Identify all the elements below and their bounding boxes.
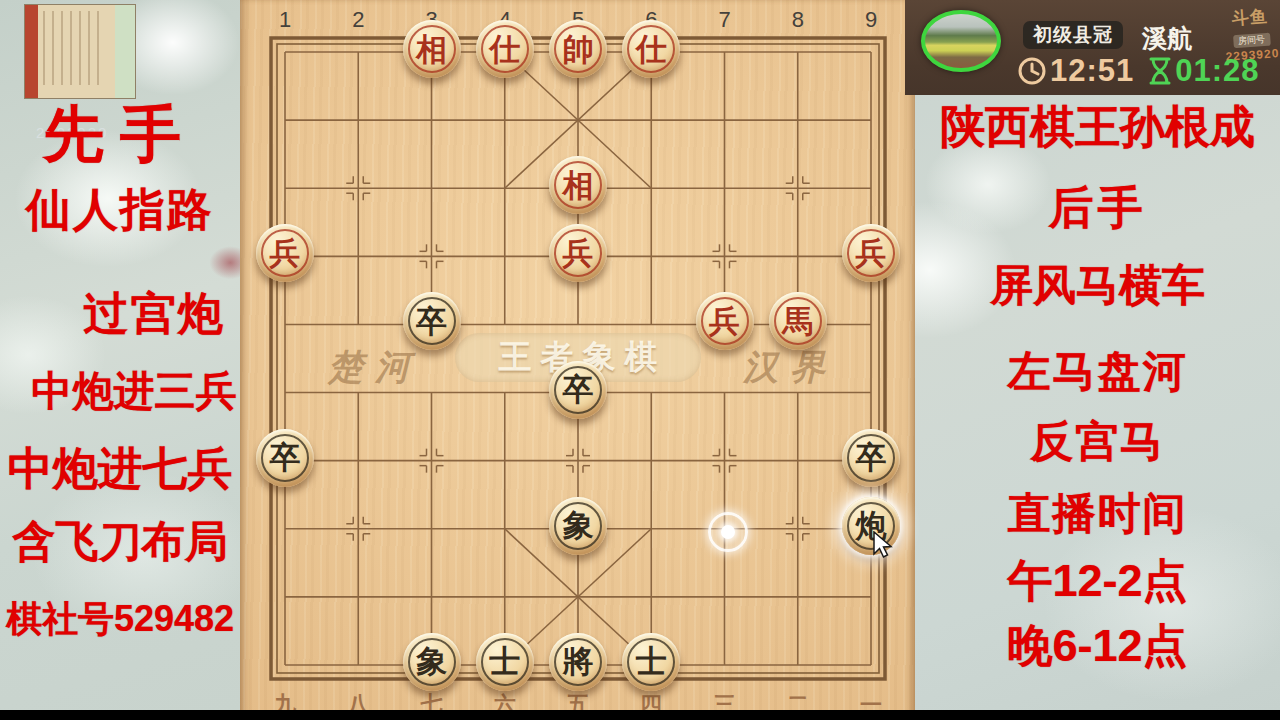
piece-black-士-file6-rank9[interactable]: 士 [622,633,680,691]
piece-glyph: 卒 [416,306,447,337]
stream-screenshot: 2293920 先手 仙人指路 过宫炮 中炮进三兵 中炮进七兵 含飞刀布局 棋社… [0,0,1280,720]
room-number-label: 房间号 [1233,33,1271,49]
piece-glyph: 士 [636,646,667,677]
piece-red-兵-file1-rank3[interactable]: 兵 [256,224,314,282]
file-label-top-1: 1 [274,7,296,33]
game-clock: 12:51 [1050,53,1134,89]
piece-red-兵-file5-rank3[interactable]: 兵 [549,224,607,282]
last-move-origin-marker [708,512,748,552]
piece-glyph: 卒 [856,442,887,473]
hourglass-icon [1148,56,1172,86]
piece-black-象-file5-rank7[interactable]: 象 [549,497,607,555]
rank-badge-label: 初级县冠 [1033,22,1113,48]
streamer-avatar[interactable] [921,10,1001,72]
piece-red-馬-file8-rank4[interactable]: 馬 [769,292,827,350]
piece-glyph: 象 [563,510,594,541]
piece-red-仕-file6-rank0[interactable]: 仕 [622,20,680,78]
right-caption-panel: 陕西棋王孙根成 后手 屏风马横车 左马盘河 反宫马 直播时间 午12-2点 晚6… [915,0,1280,710]
piece-black-卒-file9-rank6[interactable]: 卒 [842,429,900,487]
piece-glyph: 仕 [636,34,667,65]
caption-opening-2: 过宫炮 [0,290,274,337]
streamer-info-panel: 初级县冠 溪航 斗鱼 房间号 2293920 12:51 01:28 [905,0,1280,95]
piece-glyph: 士 [489,646,520,677]
piece-black-卒-file1-rank6[interactable]: 卒 [256,429,314,487]
piece-glyph: 卒 [270,442,301,473]
piece-red-相-file5-rank2[interactable]: 相 [549,156,607,214]
piece-red-相-file3-rank0[interactable]: 相 [403,20,461,78]
piece-red-仕-file4-rank0[interactable]: 仕 [476,20,534,78]
move-timer: 01:28 [1175,53,1259,89]
caption-first-move: 先手 [0,102,240,166]
caption-opening-1: 仙人指路 [0,186,240,233]
caption-opponent-name: 陕西棋王孙根成 [915,103,1280,150]
clock-row: 12:51 01:28 [1017,53,1260,89]
piece-black-象-file3-rank9[interactable]: 象 [403,633,461,691]
caption-opening-3: 中炮进三兵 [0,370,254,413]
rank-badge: 初级县冠 [1023,21,1123,49]
caption-schedule-noon: 午12-2点 [915,557,1280,604]
file-label-top-2: 2 [347,7,369,33]
caption-opening-5: 含飞刀布局 [0,519,240,564]
caption-schedule-title: 直播时间 [915,491,1280,536]
file-label-top-8: 8 [787,7,809,33]
caption-second-move: 后手 [915,184,1280,231]
douyu-logo: 斗鱼 [1221,4,1278,31]
caption-opening-4: 中炮进七兵 [0,445,240,492]
piece-glyph: 卒 [563,374,594,405]
piece-red-兵-file9-rank3[interactable]: 兵 [842,224,900,282]
bottom-letterbox-bar [0,710,1280,720]
caption-defense-1: 屏风马横车 [915,263,1280,308]
caption-club-number: 棋社号529482 [0,600,240,638]
piece-glyph: 兵 [270,238,301,269]
piece-glyph: 兵 [709,306,740,337]
piece-glyph: 兵 [856,238,887,269]
piece-glyph: 象 [416,646,447,677]
piece-glyph: 將 [563,646,594,677]
piece-glyph: 相 [416,34,447,65]
piece-glyph: 相 [563,170,594,201]
piece-red-兵-file7-rank4[interactable]: 兵 [696,292,754,350]
caption-schedule-night: 晚6-12点 [915,622,1280,669]
caption-defense-2: 左马盘河 [915,349,1280,394]
corner-thumbnail-image [24,4,136,99]
piece-glyph: 兵 [563,238,594,269]
left-caption-panel: 2293920 先手 仙人指路 过宫炮 中炮进三兵 中炮进七兵 含飞刀布局 棋社… [0,0,240,710]
piece-glyph: 仕 [489,34,520,65]
piece-black-卒-file3-rank4[interactable]: 卒 [403,292,461,350]
mouse-cursor [872,531,896,561]
streamer-name: 溪航 [1142,22,1192,55]
piece-black-卒-file5-rank5[interactable]: 卒 [549,361,607,419]
xiangqi-board[interactable]: 楚河 汉界 王者象棋 123456789九八七六五四三二一相仕帥仕相兵兵兵兵馬卒… [240,0,915,720]
file-label-top-9: 9 [860,7,882,33]
piece-black-士-file4-rank9[interactable]: 士 [476,633,534,691]
clock-icon [1017,56,1047,86]
piece-glyph: 馬 [782,306,813,337]
piece-glyph: 帥 [563,34,594,65]
piece-red-帥-file5-rank0[interactable]: 帥 [549,20,607,78]
piece-black-將-file5-rank9[interactable]: 將 [549,633,607,691]
file-label-top-7: 7 [714,7,736,33]
caption-defense-3: 反宫马 [915,419,1280,464]
